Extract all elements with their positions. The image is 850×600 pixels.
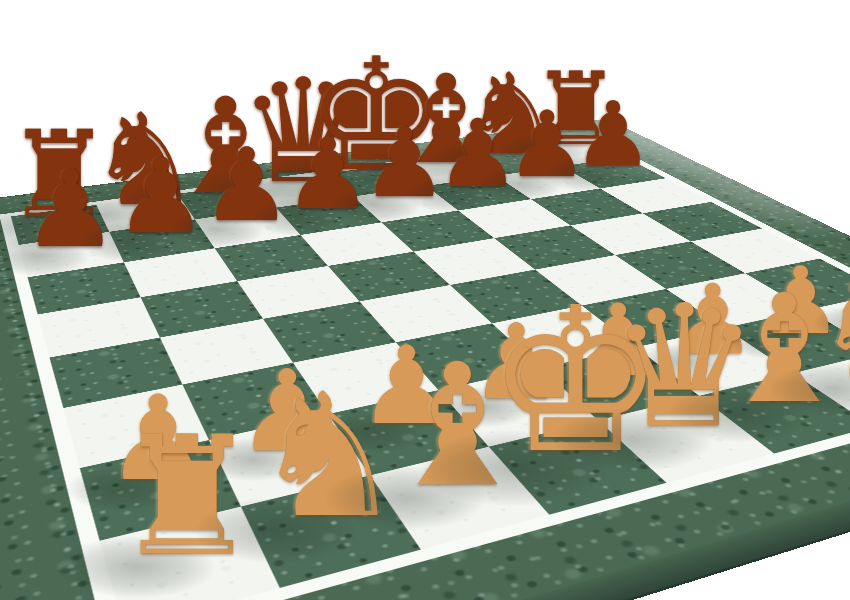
photo-scene: ♜♞♝♛♚♝♞♜♟♟♟♟♟♟♟♟♟♟♟♟♟♟♟♟♜♞♝♚♛♝♞♜ (0, 0, 850, 600)
piece-white-knight-b1: ♞ (815, 261, 850, 400)
pieces-layer: ♜♞♝♛♚♝♞♜♟♟♟♟♟♟♟♟♟♟♟♟♟♟♟♟♜♞♝♚♛♝♞♜ (0, 0, 850, 600)
piece-black-pawn-a7: ♟ (573, 91, 653, 180)
